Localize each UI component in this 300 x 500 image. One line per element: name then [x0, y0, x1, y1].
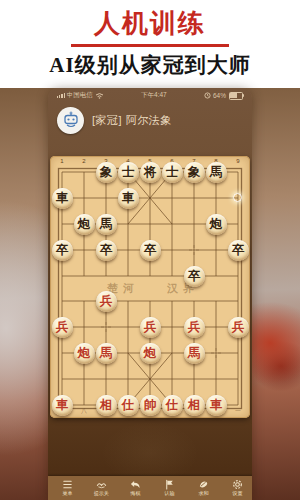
piece-black-象[interactable]: 象 — [96, 162, 117, 183]
settings-gear-icon — [232, 479, 243, 490]
piece-black-炮[interactable]: 炮 — [74, 214, 95, 235]
piece-black-卒[interactable]: 卒 — [184, 266, 205, 287]
river-label-right: 汉界 — [155, 281, 211, 296]
xiangqi-board[interactable]: 123456789 九八七六五四三二一 楚河 汉界 象士将士象馬車車炮馬炮卒卒卒… — [50, 156, 250, 418]
game-toolbar: 菜单 提示关 悔棋 认输 — [48, 476, 252, 500]
piece-red-車[interactable]: 車 — [206, 395, 227, 416]
robot-icon — [61, 111, 81, 131]
undo-icon — [130, 479, 141, 490]
piece-black-卒[interactable]: 卒 — [52, 240, 73, 261]
menu-button[interactable]: 菜单 — [52, 479, 82, 497]
piece-red-帥[interactable]: 帥 — [140, 395, 161, 416]
background-photo: 中国电信 下午4:47 64% — [0, 88, 300, 500]
title-divider — [71, 44, 229, 47]
piece-black-卒[interactable]: 卒 — [96, 240, 117, 261]
clock-label: 下午4:47 — [141, 91, 167, 100]
piece-black-馬[interactable]: 馬 — [96, 214, 117, 235]
piece-red-馬[interactable]: 馬 — [184, 343, 205, 364]
piece-red-車[interactable]: 車 — [52, 395, 73, 416]
battery-percent-label: 64% — [213, 92, 226, 99]
status-bar: 中国电信 下午4:47 64% — [48, 88, 252, 100]
file-number-top: 1 — [60, 158, 63, 164]
piece-red-相[interactable]: 相 — [96, 395, 117, 416]
piece-black-士[interactable]: 士 — [118, 162, 139, 183]
last-move-marker — [233, 193, 242, 202]
piece-red-兵[interactable]: 兵 — [52, 317, 73, 338]
battery-icon — [229, 92, 243, 100]
piece-black-卒[interactable]: 卒 — [140, 240, 161, 261]
carrier-label: 中国电信 — [67, 91, 93, 100]
resign-button[interactable]: 认输 — [154, 479, 184, 497]
menu-icon — [62, 479, 73, 490]
opponent-row: [家冠] 阿尔法象 — [57, 107, 252, 134]
piece-black-象[interactable]: 象 — [184, 162, 205, 183]
app-screenshot: 中国电信 下午4:47 64% — [48, 88, 252, 500]
hint-off-icon — [96, 479, 107, 490]
settings-button[interactable]: 设置 — [222, 479, 252, 497]
draw-handshake-icon — [198, 479, 209, 490]
piece-red-炮[interactable]: 炮 — [140, 343, 161, 364]
piece-red-兵[interactable]: 兵 — [184, 317, 205, 338]
opponent-name: [家冠] 阿尔法象 — [92, 113, 172, 128]
resign-flag-icon — [164, 479, 175, 490]
piece-red-仕[interactable]: 仕 — [162, 395, 183, 416]
piece-red-兵[interactable]: 兵 — [228, 317, 249, 338]
undo-move-button[interactable]: 悔棋 — [120, 479, 150, 497]
piece-red-相[interactable]: 相 — [184, 395, 205, 416]
piece-red-兵[interactable]: 兵 — [140, 317, 161, 338]
piece-black-車[interactable]: 車 — [118, 188, 139, 209]
file-number-top: 2 — [82, 158, 85, 164]
alarm-clock-icon — [204, 92, 211, 99]
piece-red-兵[interactable]: 兵 — [96, 291, 117, 312]
page-title: 人机训练 — [0, 0, 300, 41]
avatar[interactable] — [57, 107, 84, 134]
offer-draw-button[interactable]: 求和 — [188, 479, 218, 497]
signal-bars-icon — [57, 93, 65, 98]
file-number-top: 9 — [236, 158, 239, 164]
piece-red-仕[interactable]: 仕 — [118, 395, 139, 416]
promo-header: 人机训练 AI级别从家冠到大师 — [0, 0, 300, 88]
piece-red-炮[interactable]: 炮 — [74, 343, 95, 364]
wifi-icon — [95, 92, 104, 99]
hint-toggle-button[interactable]: 提示关 — [86, 479, 116, 497]
piece-black-車[interactable]: 車 — [52, 188, 73, 209]
piece-black-炮[interactable]: 炮 — [206, 214, 227, 235]
piece-black-馬[interactable]: 馬 — [206, 162, 227, 183]
file-number-bottom: 八 — [81, 407, 87, 416]
piece-black-士[interactable]: 士 — [162, 162, 183, 183]
piece-black-卒[interactable]: 卒 — [228, 240, 249, 261]
piece-red-馬[interactable]: 馬 — [96, 343, 117, 364]
piece-black-将[interactable]: 将 — [140, 162, 161, 183]
page-subtitle: AI级别从家冠到大师 — [0, 51, 300, 79]
file-number-bottom: 一 — [235, 407, 241, 416]
